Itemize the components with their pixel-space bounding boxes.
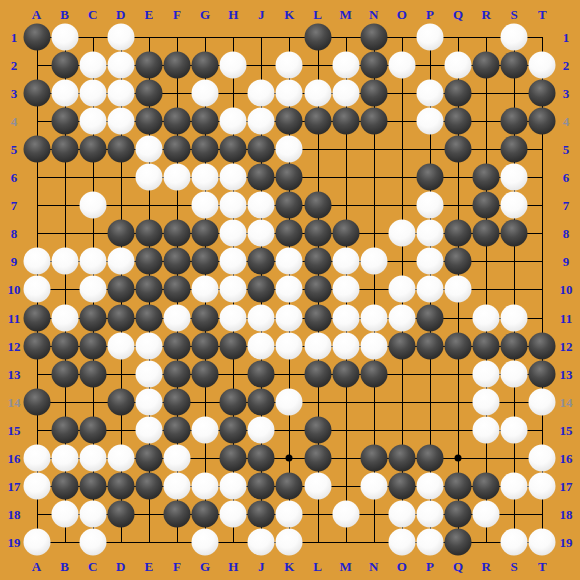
intersection-L16[interactable]: [304, 444, 332, 472]
intersection-L10[interactable]: [304, 275, 332, 303]
intersection-J8[interactable]: [247, 219, 275, 247]
intersection-K11[interactable]: [275, 304, 303, 332]
intersection-T5[interactable]: [528, 135, 556, 163]
intersection-T10[interactable]: [528, 275, 556, 303]
intersection-M10[interactable]: [332, 275, 360, 303]
intersection-R14[interactable]: [472, 388, 500, 416]
intersection-H1[interactable]: [219, 23, 247, 51]
intersection-T1[interactable]: [528, 23, 556, 51]
intersection-E16[interactable]: [135, 444, 163, 472]
intersection-S15[interactable]: [500, 416, 528, 444]
intersection-P9[interactable]: [416, 247, 444, 275]
intersection-D10[interactable]: [107, 275, 135, 303]
intersection-J11[interactable]: [247, 304, 275, 332]
intersection-N9[interactable]: [360, 247, 388, 275]
intersection-Q13[interactable]: [444, 360, 472, 388]
intersection-R6[interactable]: [472, 163, 500, 191]
intersection-B17[interactable]: [51, 472, 79, 500]
intersection-B1[interactable]: [51, 23, 79, 51]
intersection-L2[interactable]: [304, 51, 332, 79]
intersection-G6[interactable]: [191, 163, 219, 191]
intersection-J17[interactable]: [247, 472, 275, 500]
intersection-A3[interactable]: [23, 79, 51, 107]
intersection-B16[interactable]: [51, 444, 79, 472]
intersection-F15[interactable]: [163, 416, 191, 444]
intersection-C1[interactable]: [79, 23, 107, 51]
intersection-R18[interactable]: [472, 500, 500, 528]
intersection-A6[interactable]: [23, 163, 51, 191]
intersection-C13[interactable]: [79, 360, 107, 388]
intersection-L3[interactable]: [304, 79, 332, 107]
intersection-L1[interactable]: [304, 23, 332, 51]
intersection-E6[interactable]: [135, 163, 163, 191]
intersection-Q11[interactable]: [444, 304, 472, 332]
intersection-E9[interactable]: [135, 247, 163, 275]
intersection-E18[interactable]: [135, 500, 163, 528]
intersection-K18[interactable]: [275, 500, 303, 528]
intersection-K16[interactable]: [275, 444, 303, 472]
intersection-E14[interactable]: [135, 388, 163, 416]
intersection-G3[interactable]: [191, 79, 219, 107]
intersection-R15[interactable]: [472, 416, 500, 444]
intersection-E8[interactable]: [135, 219, 163, 247]
intersection-O11[interactable]: [388, 304, 416, 332]
intersection-A10[interactable]: [23, 275, 51, 303]
intersection-D11[interactable]: [107, 304, 135, 332]
intersection-H7[interactable]: [219, 191, 247, 219]
intersection-G1[interactable]: [191, 23, 219, 51]
intersection-F17[interactable]: [163, 472, 191, 500]
intersection-S2[interactable]: [500, 51, 528, 79]
intersection-R11[interactable]: [472, 304, 500, 332]
intersection-R13[interactable]: [472, 360, 500, 388]
intersection-G10[interactable]: [191, 275, 219, 303]
intersection-S18[interactable]: [500, 500, 528, 528]
intersection-B3[interactable]: [51, 79, 79, 107]
intersection-K9[interactable]: [275, 247, 303, 275]
intersection-F6[interactable]: [163, 163, 191, 191]
intersection-T3[interactable]: [528, 79, 556, 107]
intersection-P19[interactable]: [416, 528, 444, 556]
intersection-C11[interactable]: [79, 304, 107, 332]
intersection-L7[interactable]: [304, 191, 332, 219]
intersection-B13[interactable]: [51, 360, 79, 388]
intersection-K4[interactable]: [275, 107, 303, 135]
intersection-R1[interactable]: [472, 23, 500, 51]
intersection-B7[interactable]: [51, 191, 79, 219]
intersection-O14[interactable]: [388, 388, 416, 416]
intersection-C6[interactable]: [79, 163, 107, 191]
intersection-O13[interactable]: [388, 360, 416, 388]
intersection-N17[interactable]: [360, 472, 388, 500]
intersection-J16[interactable]: [247, 444, 275, 472]
intersection-G2[interactable]: [191, 51, 219, 79]
intersection-J6[interactable]: [247, 163, 275, 191]
intersection-D15[interactable]: [107, 416, 135, 444]
intersection-P5[interactable]: [416, 135, 444, 163]
intersection-Q5[interactable]: [444, 135, 472, 163]
intersection-P12[interactable]: [416, 332, 444, 360]
intersection-Q16[interactable]: [444, 444, 472, 472]
intersection-A1[interactable]: [23, 23, 51, 51]
intersection-Q7[interactable]: [444, 191, 472, 219]
intersection-D17[interactable]: [107, 472, 135, 500]
intersection-Q18[interactable]: [444, 500, 472, 528]
intersection-H10[interactable]: [219, 275, 247, 303]
intersection-Q4[interactable]: [444, 107, 472, 135]
intersection-T12[interactable]: [528, 332, 556, 360]
intersection-B15[interactable]: [51, 416, 79, 444]
intersection-D3[interactable]: [107, 79, 135, 107]
intersection-T9[interactable]: [528, 247, 556, 275]
intersection-P10[interactable]: [416, 275, 444, 303]
intersection-F12[interactable]: [163, 332, 191, 360]
intersection-S19[interactable]: [500, 528, 528, 556]
intersection-J7[interactable]: [247, 191, 275, 219]
intersection-J19[interactable]: [247, 528, 275, 556]
intersection-A18[interactable]: [23, 500, 51, 528]
intersection-M9[interactable]: [332, 247, 360, 275]
intersection-G16[interactable]: [191, 444, 219, 472]
intersection-N4[interactable]: [360, 107, 388, 135]
intersection-F2[interactable]: [163, 51, 191, 79]
intersection-Q15[interactable]: [444, 416, 472, 444]
intersection-S10[interactable]: [500, 275, 528, 303]
intersection-T18[interactable]: [528, 500, 556, 528]
intersection-G18[interactable]: [191, 500, 219, 528]
intersection-J3[interactable]: [247, 79, 275, 107]
intersection-A12[interactable]: [23, 332, 51, 360]
intersection-N2[interactable]: [360, 51, 388, 79]
intersection-T17[interactable]: [528, 472, 556, 500]
intersection-D1[interactable]: [107, 23, 135, 51]
intersection-G11[interactable]: [191, 304, 219, 332]
intersection-C12[interactable]: [79, 332, 107, 360]
intersection-O6[interactable]: [388, 163, 416, 191]
intersection-S4[interactable]: [500, 107, 528, 135]
intersection-P7[interactable]: [416, 191, 444, 219]
intersection-P1[interactable]: [416, 23, 444, 51]
intersection-R3[interactable]: [472, 79, 500, 107]
intersection-H18[interactable]: [219, 500, 247, 528]
intersection-L18[interactable]: [304, 500, 332, 528]
intersection-A5[interactable]: [23, 135, 51, 163]
intersection-L19[interactable]: [304, 528, 332, 556]
intersection-E3[interactable]: [135, 79, 163, 107]
intersection-E4[interactable]: [135, 107, 163, 135]
intersection-F3[interactable]: [163, 79, 191, 107]
intersection-R19[interactable]: [472, 528, 500, 556]
intersection-S3[interactable]: [500, 79, 528, 107]
intersection-C10[interactable]: [79, 275, 107, 303]
intersection-R8[interactable]: [472, 219, 500, 247]
intersection-C9[interactable]: [79, 247, 107, 275]
intersection-D8[interactable]: [107, 219, 135, 247]
intersection-S11[interactable]: [500, 304, 528, 332]
intersection-F19[interactable]: [163, 528, 191, 556]
intersection-N12[interactable]: [360, 332, 388, 360]
intersection-B5[interactable]: [51, 135, 79, 163]
intersection-R9[interactable]: [472, 247, 500, 275]
intersection-S9[interactable]: [500, 247, 528, 275]
intersection-Q3[interactable]: [444, 79, 472, 107]
intersection-A13[interactable]: [23, 360, 51, 388]
intersection-Q14[interactable]: [444, 388, 472, 416]
intersection-C16[interactable]: [79, 444, 107, 472]
intersection-K14[interactable]: [275, 388, 303, 416]
intersection-C2[interactable]: [79, 51, 107, 79]
intersection-S7[interactable]: [500, 191, 528, 219]
intersection-A17[interactable]: [23, 472, 51, 500]
intersection-O8[interactable]: [388, 219, 416, 247]
intersection-J14[interactable]: [247, 388, 275, 416]
intersection-T11[interactable]: [528, 304, 556, 332]
intersection-F9[interactable]: [163, 247, 191, 275]
intersection-K19[interactable]: [275, 528, 303, 556]
intersection-J18[interactable]: [247, 500, 275, 528]
intersection-O16[interactable]: [388, 444, 416, 472]
intersection-B14[interactable]: [51, 388, 79, 416]
intersection-M1[interactable]: [332, 23, 360, 51]
intersection-H5[interactable]: [219, 135, 247, 163]
intersection-N19[interactable]: [360, 528, 388, 556]
intersection-B11[interactable]: [51, 304, 79, 332]
intersection-S13[interactable]: [500, 360, 528, 388]
intersection-C19[interactable]: [79, 528, 107, 556]
intersection-D16[interactable]: [107, 444, 135, 472]
intersection-O19[interactable]: [388, 528, 416, 556]
intersection-Q19[interactable]: [444, 528, 472, 556]
intersection-L17[interactable]: [304, 472, 332, 500]
intersection-H6[interactable]: [219, 163, 247, 191]
intersection-E2[interactable]: [135, 51, 163, 79]
intersection-K5[interactable]: [275, 135, 303, 163]
intersection-L8[interactable]: [304, 219, 332, 247]
intersection-M7[interactable]: [332, 191, 360, 219]
intersection-A2[interactable]: [23, 51, 51, 79]
intersection-A9[interactable]: [23, 247, 51, 275]
intersection-O5[interactable]: [388, 135, 416, 163]
intersection-J1[interactable]: [247, 23, 275, 51]
intersection-D6[interactable]: [107, 163, 135, 191]
intersection-O18[interactable]: [388, 500, 416, 528]
intersection-G9[interactable]: [191, 247, 219, 275]
intersection-S1[interactable]: [500, 23, 528, 51]
intersection-P18[interactable]: [416, 500, 444, 528]
intersection-N8[interactable]: [360, 219, 388, 247]
intersection-R4[interactable]: [472, 107, 500, 135]
intersection-A4[interactable]: [23, 107, 51, 135]
intersection-H11[interactable]: [219, 304, 247, 332]
intersection-G12[interactable]: [191, 332, 219, 360]
intersection-O4[interactable]: [388, 107, 416, 135]
intersection-J10[interactable]: [247, 275, 275, 303]
intersection-M15[interactable]: [332, 416, 360, 444]
intersection-C18[interactable]: [79, 500, 107, 528]
intersection-E19[interactable]: [135, 528, 163, 556]
intersection-H19[interactable]: [219, 528, 247, 556]
intersection-F16[interactable]: [163, 444, 191, 472]
intersection-M5[interactable]: [332, 135, 360, 163]
intersection-H8[interactable]: [219, 219, 247, 247]
intersection-T16[interactable]: [528, 444, 556, 472]
intersection-K8[interactable]: [275, 219, 303, 247]
intersection-D2[interactable]: [107, 51, 135, 79]
intersection-T6[interactable]: [528, 163, 556, 191]
intersection-K6[interactable]: [275, 163, 303, 191]
intersection-K2[interactable]: [275, 51, 303, 79]
intersection-L15[interactable]: [304, 416, 332, 444]
intersection-D13[interactable]: [107, 360, 135, 388]
intersection-C15[interactable]: [79, 416, 107, 444]
intersection-P13[interactable]: [416, 360, 444, 388]
intersection-E5[interactable]: [135, 135, 163, 163]
intersection-Q2[interactable]: [444, 51, 472, 79]
intersection-J13[interactable]: [247, 360, 275, 388]
intersection-O15[interactable]: [388, 416, 416, 444]
intersection-O10[interactable]: [388, 275, 416, 303]
intersection-T15[interactable]: [528, 416, 556, 444]
intersection-O3[interactable]: [388, 79, 416, 107]
intersection-B19[interactable]: [51, 528, 79, 556]
intersection-J15[interactable]: [247, 416, 275, 444]
intersection-Q1[interactable]: [444, 23, 472, 51]
intersection-M17[interactable]: [332, 472, 360, 500]
intersection-F14[interactable]: [163, 388, 191, 416]
intersection-N13[interactable]: [360, 360, 388, 388]
intersection-G14[interactable]: [191, 388, 219, 416]
intersection-J2[interactable]: [247, 51, 275, 79]
intersection-P16[interactable]: [416, 444, 444, 472]
intersection-H13[interactable]: [219, 360, 247, 388]
intersection-T2[interactable]: [528, 51, 556, 79]
intersection-N5[interactable]: [360, 135, 388, 163]
intersection-A19[interactable]: [23, 528, 51, 556]
intersection-F5[interactable]: [163, 135, 191, 163]
intersection-H14[interactable]: [219, 388, 247, 416]
intersection-S8[interactable]: [500, 219, 528, 247]
intersection-T14[interactable]: [528, 388, 556, 416]
intersection-M4[interactable]: [332, 107, 360, 135]
intersection-F11[interactable]: [163, 304, 191, 332]
intersection-R17[interactable]: [472, 472, 500, 500]
intersection-H2[interactable]: [219, 51, 247, 79]
intersection-N14[interactable]: [360, 388, 388, 416]
intersection-P17[interactable]: [416, 472, 444, 500]
intersection-N1[interactable]: [360, 23, 388, 51]
intersection-D18[interactable]: [107, 500, 135, 528]
intersection-T8[interactable]: [528, 219, 556, 247]
intersection-J9[interactable]: [247, 247, 275, 275]
intersection-E1[interactable]: [135, 23, 163, 51]
intersection-A15[interactable]: [23, 416, 51, 444]
intersection-A11[interactable]: [23, 304, 51, 332]
intersection-S17[interactable]: [500, 472, 528, 500]
intersection-G19[interactable]: [191, 528, 219, 556]
intersection-K1[interactable]: [275, 23, 303, 51]
intersection-B2[interactable]: [51, 51, 79, 79]
intersection-C7[interactable]: [79, 191, 107, 219]
intersection-L6[interactable]: [304, 163, 332, 191]
intersection-B8[interactable]: [51, 219, 79, 247]
intersection-R16[interactable]: [472, 444, 500, 472]
intersection-O17[interactable]: [388, 472, 416, 500]
intersection-D12[interactable]: [107, 332, 135, 360]
intersection-S6[interactable]: [500, 163, 528, 191]
intersection-P8[interactable]: [416, 219, 444, 247]
intersection-L4[interactable]: [304, 107, 332, 135]
intersection-J12[interactable]: [247, 332, 275, 360]
intersection-N7[interactable]: [360, 191, 388, 219]
intersection-M11[interactable]: [332, 304, 360, 332]
intersection-K10[interactable]: [275, 275, 303, 303]
intersection-C17[interactable]: [79, 472, 107, 500]
intersection-R7[interactable]: [472, 191, 500, 219]
intersection-M2[interactable]: [332, 51, 360, 79]
intersection-F4[interactable]: [163, 107, 191, 135]
intersection-P15[interactable]: [416, 416, 444, 444]
intersection-K17[interactable]: [275, 472, 303, 500]
intersection-N10[interactable]: [360, 275, 388, 303]
intersection-O9[interactable]: [388, 247, 416, 275]
intersection-D7[interactable]: [107, 191, 135, 219]
intersection-K15[interactable]: [275, 416, 303, 444]
intersection-P4[interactable]: [416, 107, 444, 135]
intersection-O7[interactable]: [388, 191, 416, 219]
intersection-S14[interactable]: [500, 388, 528, 416]
intersection-G17[interactable]: [191, 472, 219, 500]
intersection-L5[interactable]: [304, 135, 332, 163]
intersection-C3[interactable]: [79, 79, 107, 107]
intersection-G7[interactable]: [191, 191, 219, 219]
intersection-P6[interactable]: [416, 163, 444, 191]
intersection-O1[interactable]: [388, 23, 416, 51]
intersection-Q17[interactable]: [444, 472, 472, 500]
intersection-D4[interactable]: [107, 107, 135, 135]
intersection-A16[interactable]: [23, 444, 51, 472]
intersection-H9[interactable]: [219, 247, 247, 275]
intersection-B6[interactable]: [51, 163, 79, 191]
intersection-H17[interactable]: [219, 472, 247, 500]
intersection-K13[interactable]: [275, 360, 303, 388]
intersection-J4[interactable]: [247, 107, 275, 135]
intersection-A7[interactable]: [23, 191, 51, 219]
intersection-D5[interactable]: [107, 135, 135, 163]
intersection-Q6[interactable]: [444, 163, 472, 191]
intersection-E12[interactable]: [135, 332, 163, 360]
intersection-D14[interactable]: [107, 388, 135, 416]
intersection-C5[interactable]: [79, 135, 107, 163]
intersection-Q12[interactable]: [444, 332, 472, 360]
intersection-K12[interactable]: [275, 332, 303, 360]
intersection-E13[interactable]: [135, 360, 163, 388]
intersection-P2[interactable]: [416, 51, 444, 79]
intersection-M3[interactable]: [332, 79, 360, 107]
intersection-M16[interactable]: [332, 444, 360, 472]
intersection-F1[interactable]: [163, 23, 191, 51]
intersection-B12[interactable]: [51, 332, 79, 360]
intersection-L12[interactable]: [304, 332, 332, 360]
intersection-S12[interactable]: [500, 332, 528, 360]
intersection-H16[interactable]: [219, 444, 247, 472]
intersection-S16[interactable]: [500, 444, 528, 472]
intersection-K7[interactable]: [275, 191, 303, 219]
intersection-G15[interactable]: [191, 416, 219, 444]
intersection-P14[interactable]: [416, 388, 444, 416]
intersection-G4[interactable]: [191, 107, 219, 135]
intersection-C4[interactable]: [79, 107, 107, 135]
intersection-R2[interactable]: [472, 51, 500, 79]
